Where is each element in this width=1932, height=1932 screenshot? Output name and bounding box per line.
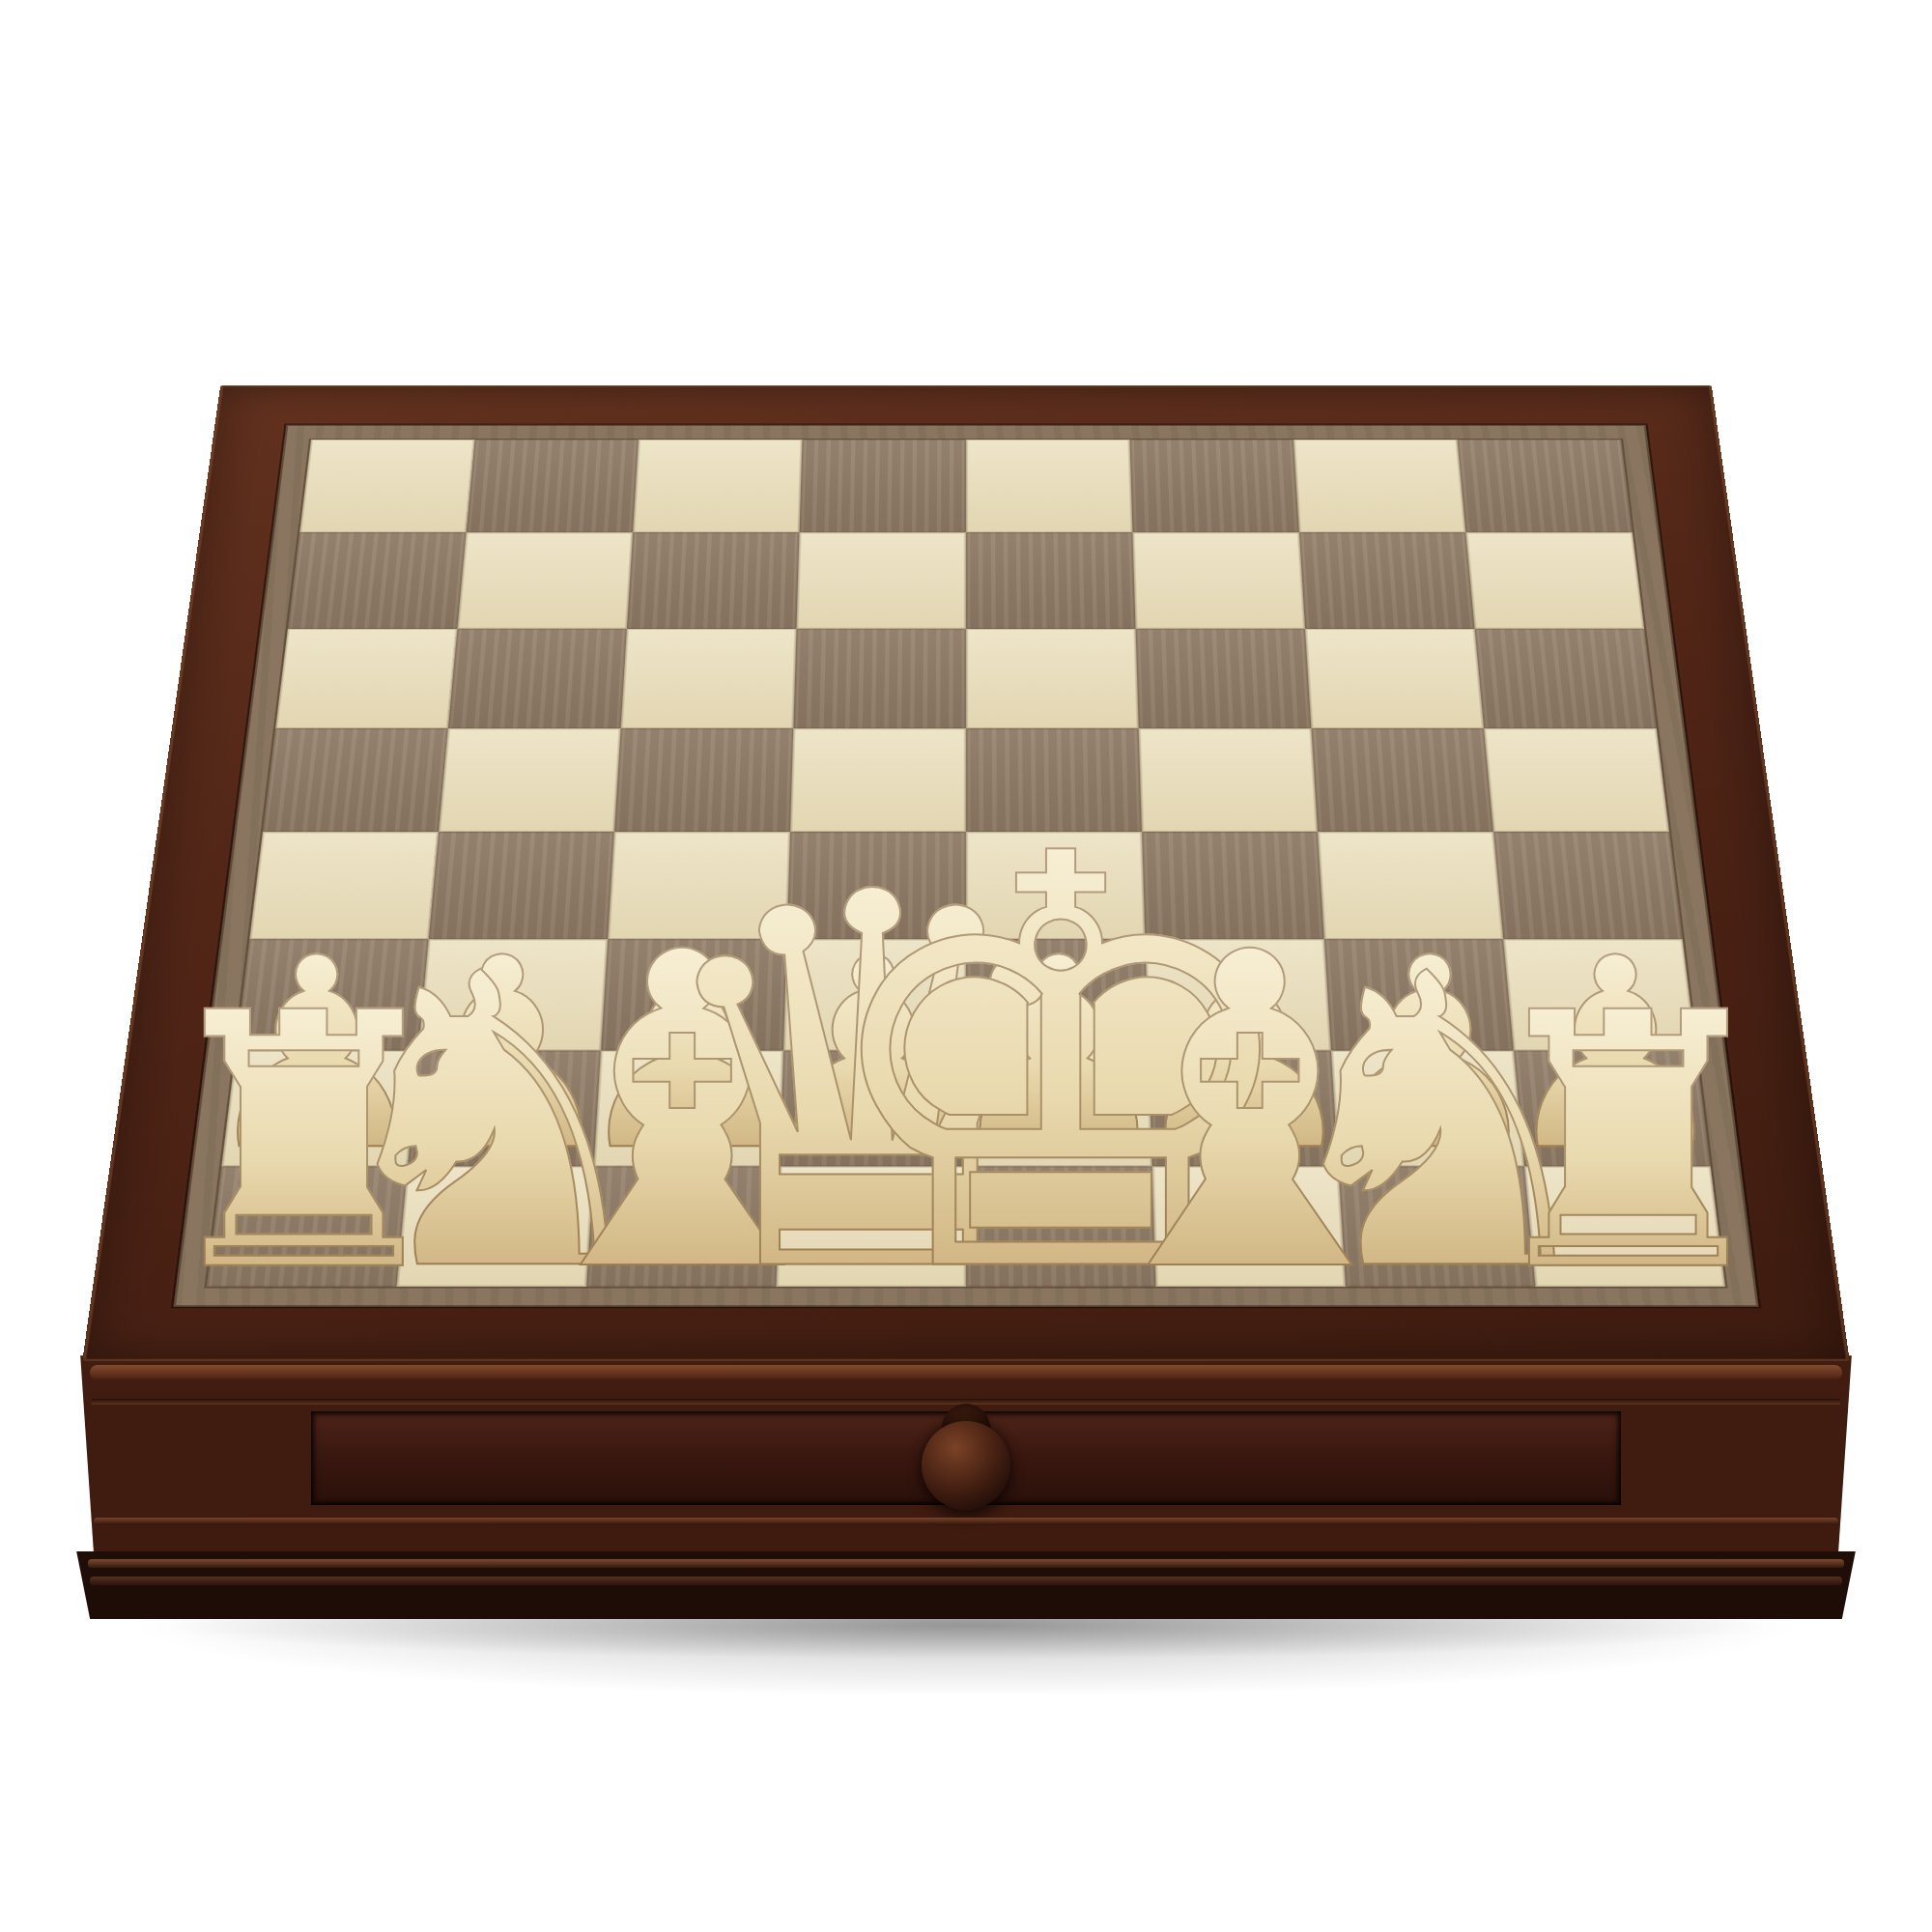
square-b8 (467, 440, 639, 532)
square-e1 (966, 1166, 1156, 1287)
square-d8 (800, 440, 966, 532)
square-a8 (299, 440, 474, 532)
square-h2 (1514, 1051, 1711, 1167)
square-d6 (793, 629, 966, 728)
piece-contact-shadow (0, 674, 141, 713)
square-b6 (448, 629, 627, 728)
square-c8 (633, 440, 802, 532)
piece-contact-shadow (0, 130, 157, 174)
square-d7 (796, 532, 966, 629)
square-h4 (1493, 832, 1683, 939)
lower-ridge (94, 1518, 1838, 1525)
square-b7 (457, 532, 633, 629)
square-a5 (263, 728, 448, 832)
square-d5 (790, 728, 966, 832)
square-g8 (1293, 440, 1465, 532)
square-h7 (1465, 532, 1644, 629)
square-h3 (1503, 939, 1696, 1050)
square-c3 (601, 939, 787, 1050)
square-a2 (221, 1051, 418, 1167)
square-e6 (966, 629, 1139, 728)
square-g5 (1311, 728, 1493, 832)
square-g2 (1331, 1051, 1524, 1167)
piece-contact-shadow (0, 309, 81, 331)
square-h1 (1524, 1166, 1725, 1287)
piece-contact-shadow (0, 265, 81, 287)
square-g1 (1338, 1166, 1535, 1287)
square-f7 (1132, 532, 1305, 629)
square-f1 (1152, 1166, 1346, 1287)
board-margin (173, 425, 1758, 1307)
square-f8 (1130, 440, 1299, 532)
piece-contact-shadow (0, 616, 105, 645)
square-a4 (249, 832, 439, 939)
square-e2 (966, 1051, 1152, 1167)
piece-contact-shadow (0, 471, 105, 500)
base-molding-highlight (88, 1559, 1844, 1568)
square-g4 (1318, 832, 1503, 939)
product-photo: ♜♞♝♛♚♝♞♜♟♟♟♟♟♟♟♟♟♟♟♟♟♟♟♟♜♞♝♛♚♝♞♜ (0, 0, 1932, 1932)
square-g7 (1299, 532, 1475, 629)
piece-contact-shadow (0, 398, 81, 420)
square-e5 (966, 728, 1142, 832)
piece-contact-shadow (0, 558, 105, 587)
drawer-knob (922, 1421, 1010, 1510)
piece-contact-shadow (0, 713, 161, 757)
square-d2 (780, 1051, 966, 1167)
square-e8 (966, 440, 1132, 532)
square-a1 (207, 1166, 408, 1287)
piece-contact-shadow (0, 529, 105, 558)
piece-contact-shadow (0, 174, 121, 207)
square-e7 (966, 532, 1136, 629)
chess-board (207, 440, 1725, 1287)
square-d1 (777, 1166, 967, 1287)
piece-contact-shadow (0, 58, 121, 91)
square-f3 (1145, 939, 1331, 1050)
piece-contact-shadow (0, 442, 105, 471)
box-top-edge-highlight (90, 1365, 1842, 1380)
square-a7 (288, 532, 467, 629)
square-b4 (429, 832, 614, 939)
square-c1 (586, 1166, 780, 1287)
square-d4 (787, 832, 966, 939)
square-h5 (1484, 728, 1669, 832)
square-h6 (1475, 629, 1657, 728)
square-h8 (1458, 440, 1633, 532)
square-d3 (783, 939, 966, 1050)
square-c2 (594, 1051, 783, 1167)
piece-contact-shadow (0, 1017, 141, 1056)
piece-contact-shadow (0, 287, 81, 309)
piece-contact-shadow (0, 645, 105, 674)
square-b3 (418, 939, 608, 1050)
square-b1 (397, 1166, 594, 1287)
square-f4 (1142, 832, 1324, 939)
square-f5 (1139, 728, 1318, 832)
piece-contact-shadow (0, 500, 105, 529)
square-b2 (408, 1051, 601, 1167)
square-c7 (627, 532, 800, 629)
square-a3 (236, 939, 429, 1050)
piece-contact-shadow (0, 331, 81, 354)
piece-contact-shadow (0, 27, 112, 58)
piece-contact-shadow (0, 207, 112, 238)
square-c6 (621, 629, 797, 728)
square-g3 (1324, 939, 1514, 1050)
square-a6 (275, 629, 457, 728)
square-c5 (614, 728, 793, 832)
square-f6 (1136, 629, 1312, 728)
square-e4 (966, 832, 1145, 939)
square-b5 (439, 728, 621, 832)
piece-contact-shadow (0, 420, 81, 442)
piece-contact-shadow (0, 354, 81, 376)
piece-contact-shadow (0, 238, 98, 265)
square-e3 (966, 939, 1149, 1050)
piece-contact-shadow (0, 757, 174, 805)
square-c4 (608, 832, 790, 939)
piece-contact-shadow (0, 0, 98, 27)
piece-contact-shadow (0, 587, 105, 616)
square-f2 (1149, 1051, 1338, 1167)
square-g6 (1305, 629, 1484, 728)
board-top (82, 385, 1850, 1361)
piece-contact-shadow (0, 376, 81, 398)
piece-contact-shadow (0, 91, 143, 130)
base-molding-highlight-2 (90, 1577, 1842, 1585)
